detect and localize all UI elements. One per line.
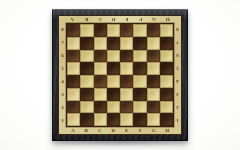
board-border: AA88BB77CC66DD55EE44FF33GG22HH11 — [58, 15, 182, 135]
square-g6[interactable] — [147, 50, 160, 63]
rank-label-left-6: 6 — [59, 49, 66, 62]
rank-label-right-5: 5 — [174, 62, 181, 75]
square-h3[interactable] — [160, 88, 173, 101]
square-e3[interactable] — [120, 88, 133, 101]
square-g1[interactable] — [147, 113, 160, 126]
square-b1[interactable] — [80, 113, 93, 126]
rank-label-left-2: 2 — [59, 101, 66, 114]
file-label-top-h: H — [161, 16, 175, 23]
square-c6[interactable] — [94, 50, 107, 63]
square-c3[interactable] — [94, 88, 107, 101]
file-label-top-d: D — [107, 16, 121, 23]
square-h2[interactable] — [160, 101, 173, 114]
file-label-top-b: B — [80, 16, 94, 23]
square-h6[interactable] — [160, 50, 173, 63]
square-f7[interactable] — [133, 37, 146, 50]
square-b2[interactable] — [80, 101, 93, 114]
square-d7[interactable] — [107, 37, 120, 50]
file-label-top-g: G — [147, 16, 161, 23]
file-label-top-c: C — [93, 16, 107, 23]
square-b7[interactable] — [80, 37, 93, 50]
rank-label-right-4: 4 — [174, 75, 181, 88]
square-e6[interactable] — [120, 50, 133, 63]
square-c8[interactable] — [94, 24, 107, 37]
square-d5[interactable] — [107, 62, 120, 75]
square-b8[interactable] — [80, 24, 93, 37]
square-a6[interactable] — [67, 50, 80, 63]
rank-label-right-1: 1 — [174, 114, 181, 127]
square-d8[interactable] — [107, 24, 120, 37]
square-g3[interactable] — [147, 88, 160, 101]
square-h7[interactable] — [160, 37, 173, 50]
board-squares — [66, 23, 174, 127]
square-g4[interactable] — [147, 75, 160, 88]
square-a5[interactable] — [67, 62, 80, 75]
square-a8[interactable] — [67, 24, 80, 37]
square-f3[interactable] — [133, 88, 146, 101]
square-c5[interactable] — [94, 62, 107, 75]
square-h8[interactable] — [160, 24, 173, 37]
rank-label-right-7: 7 — [174, 36, 181, 49]
square-h1[interactable] — [160, 113, 173, 126]
square-e8[interactable] — [120, 24, 133, 37]
rank-label-right-8: 8 — [174, 23, 181, 36]
square-a1[interactable] — [67, 113, 80, 126]
square-c7[interactable] — [94, 37, 107, 50]
square-d1[interactable] — [107, 113, 120, 126]
file-label-bottom-g: G — [147, 127, 161, 134]
file-label-bottom-e: E — [120, 127, 134, 134]
file-label-bottom-d: D — [107, 127, 121, 134]
square-a7[interactable] — [67, 37, 80, 50]
file-label-top-f: F — [134, 16, 148, 23]
square-f8[interactable] — [133, 24, 146, 37]
rank-label-right-3: 3 — [174, 88, 181, 101]
square-d6[interactable] — [107, 50, 120, 63]
file-label-bottom-f: F — [134, 127, 148, 134]
square-h4[interactable] — [160, 75, 173, 88]
square-f2[interactable] — [133, 101, 146, 114]
square-a2[interactable] — [67, 101, 80, 114]
file-label-top-e: E — [120, 16, 134, 23]
square-e1[interactable] — [120, 113, 133, 126]
square-e4[interactable] — [120, 75, 133, 88]
rank-label-left-8: 8 — [59, 23, 66, 36]
square-g7[interactable] — [147, 37, 160, 50]
rank-label-left-5: 5 — [59, 62, 66, 75]
square-d3[interactable] — [107, 88, 120, 101]
square-f6[interactable] — [133, 50, 146, 63]
square-b4[interactable] — [80, 75, 93, 88]
square-a3[interactable] — [67, 88, 80, 101]
square-f5[interactable] — [133, 62, 146, 75]
rank-label-left-1: 1 — [59, 114, 66, 127]
square-f4[interactable] — [133, 75, 146, 88]
file-label-bottom-a: A — [66, 127, 80, 134]
rank-label-right-6: 6 — [174, 49, 181, 62]
square-e7[interactable] — [120, 37, 133, 50]
rank-label-left-3: 3 — [59, 88, 66, 101]
file-label-bottom-c: C — [93, 127, 107, 134]
file-label-bottom-h: H — [161, 127, 175, 134]
square-f1[interactable] — [133, 113, 146, 126]
square-e5[interactable] — [120, 62, 133, 75]
chess-board: AA88BB77CC66DD55EE44FF33GG22HH11 — [52, 9, 188, 141]
square-g8[interactable] — [147, 24, 160, 37]
rank-label-left-4: 4 — [59, 75, 66, 88]
square-h5[interactable] — [160, 62, 173, 75]
square-c1[interactable] — [94, 113, 107, 126]
file-label-top-a: A — [66, 16, 80, 23]
square-g2[interactable] — [147, 101, 160, 114]
square-e2[interactable] — [120, 101, 133, 114]
rank-label-left-7: 7 — [59, 36, 66, 49]
photo-background: AA88BB77CC66DD55EE44FF33GG22HH11 — [0, 0, 240, 150]
square-c2[interactable] — [94, 101, 107, 114]
square-a4[interactable] — [67, 75, 80, 88]
rank-label-right-2: 2 — [174, 101, 181, 114]
square-c4[interactable] — [94, 75, 107, 88]
file-label-bottom-b: B — [80, 127, 94, 134]
square-b5[interactable] — [80, 62, 93, 75]
square-d4[interactable] — [107, 75, 120, 88]
square-b3[interactable] — [80, 88, 93, 101]
square-d2[interactable] — [107, 101, 120, 114]
square-b6[interactable] — [80, 50, 93, 63]
square-g5[interactable] — [147, 62, 160, 75]
